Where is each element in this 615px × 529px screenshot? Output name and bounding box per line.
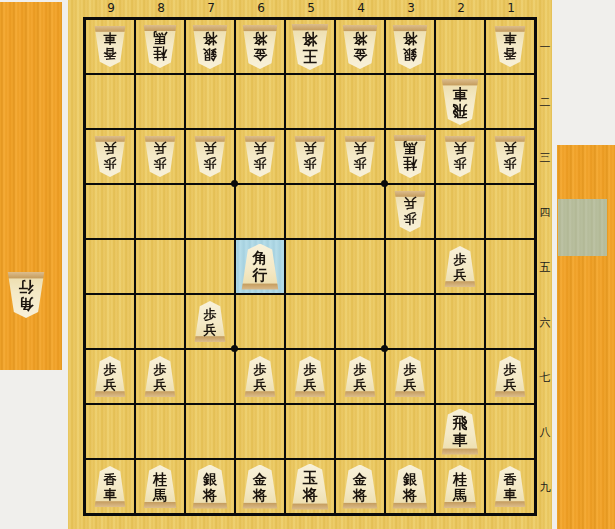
square-98[interactable] xyxy=(86,405,134,458)
square-88[interactable] xyxy=(136,405,184,458)
piece-gote-pawn[interactable]: 歩兵 xyxy=(494,136,526,177)
piece-kanji: 金 xyxy=(253,471,267,487)
square-42[interactable] xyxy=(336,75,384,128)
star-point-icon xyxy=(381,180,388,187)
piece-kanji: 歩 xyxy=(104,362,117,377)
piece-kanji: 歩 xyxy=(454,252,467,267)
square-81[interactable]: 桂馬 xyxy=(136,20,184,73)
rank-label: 四 xyxy=(537,185,553,240)
piece-gote-knight[interactable]: 桂馬 xyxy=(393,135,427,178)
piece-gote-pawn[interactable]: 歩兵 xyxy=(194,136,226,177)
square-22[interactable]: 飛車 xyxy=(436,75,484,128)
square-27[interactable] xyxy=(436,350,484,403)
piece-kanji: 将 xyxy=(253,31,267,47)
piece-kanji: 桂 xyxy=(153,47,167,63)
square-63[interactable]: 歩兵 xyxy=(236,130,284,183)
square-12[interactable] xyxy=(486,75,534,128)
square-93[interactable]: 歩兵 xyxy=(86,130,134,183)
piece-kanji: 金 xyxy=(353,47,367,63)
square-17[interactable]: 歩兵 xyxy=(486,350,534,403)
piece-kanji: 香 xyxy=(504,47,517,62)
piece-kanji: 将 xyxy=(403,487,417,503)
square-71[interactable]: 銀将 xyxy=(186,20,234,73)
square-76[interactable]: 歩兵 xyxy=(186,295,234,348)
piece-kanji: 行 xyxy=(19,278,34,295)
piece-kanji: 歩 xyxy=(404,362,417,377)
piece-kanji: 将 xyxy=(403,31,417,47)
square-28[interactable]: 飛車 xyxy=(436,405,484,458)
piece-kanji: 兵 xyxy=(104,377,117,392)
piece-kanji: 香 xyxy=(104,472,117,487)
square-78[interactable] xyxy=(186,405,234,458)
file-label: 4 xyxy=(336,1,386,15)
piece-kanji: 兵 xyxy=(154,142,167,157)
piece-kanji: 車 xyxy=(504,487,517,502)
piece-kanji: 銀 xyxy=(403,471,417,487)
square-89[interactable]: 桂馬 xyxy=(136,460,184,513)
piece-kanji: 将 xyxy=(203,487,217,503)
piece-sente-pawn[interactable]: 歩兵 xyxy=(194,301,226,342)
piece-kanji: 車 xyxy=(104,32,117,47)
piece-kanji: 馬 xyxy=(403,141,417,157)
piece-kanji: 歩 xyxy=(254,157,267,172)
square-62[interactable] xyxy=(236,75,284,128)
square-74[interactable] xyxy=(186,185,234,238)
star-point-icon xyxy=(381,345,388,352)
square-34[interactable]: 歩兵 xyxy=(386,185,434,238)
piece-sente-pawn[interactable]: 歩兵 xyxy=(94,356,126,397)
file-label: 1 xyxy=(486,1,536,15)
board: 香車桂馬銀将金将王将金将銀将香車飛車歩兵歩兵歩兵歩兵歩兵歩兵桂馬歩兵歩兵歩兵角行… xyxy=(83,17,537,516)
piece-sente-lance[interactable]: 香車 xyxy=(94,466,126,507)
board-panel: 987654321 一二三四五六七八九 香車桂馬銀将金将王将金将銀将香車飛車歩兵… xyxy=(68,0,552,529)
square-35[interactable] xyxy=(386,240,434,293)
square-43[interactable]: 歩兵 xyxy=(336,130,384,183)
piece-kanji: 兵 xyxy=(404,197,417,212)
piece-kanji: 香 xyxy=(504,472,517,487)
piece-sente-knight[interactable]: 桂馬 xyxy=(143,465,177,508)
piece-gote-pawn[interactable]: 歩兵 xyxy=(144,136,176,177)
square-37[interactable]: 歩兵 xyxy=(386,350,434,403)
square-84[interactable] xyxy=(136,185,184,238)
piece-kanji: 兵 xyxy=(304,142,317,157)
square-61[interactable]: 金将 xyxy=(236,20,284,73)
square-75[interactable] xyxy=(186,240,234,293)
square-73[interactable]: 歩兵 xyxy=(186,130,234,183)
square-51[interactable]: 王将 xyxy=(286,20,334,73)
piece-kanji: 兵 xyxy=(254,377,267,392)
square-72[interactable] xyxy=(186,75,234,128)
square-13[interactable]: 歩兵 xyxy=(486,130,534,183)
piece-sente-king[interactable]: 玉将 xyxy=(291,464,329,510)
piece-kanji: 桂 xyxy=(153,471,167,487)
square-49[interactable]: 金将 xyxy=(336,460,384,513)
piece-kanji: 飛 xyxy=(453,415,468,432)
piece-kanji: 兵 xyxy=(104,142,117,157)
piece-kanji: 将 xyxy=(253,487,267,503)
piece-kanji: 角 xyxy=(253,250,268,267)
piece-kanji: 玉 xyxy=(303,470,318,487)
rank-label: 五 xyxy=(537,240,553,295)
piece-kanji: 将 xyxy=(203,31,217,47)
sente-hand-slot-highlight xyxy=(558,199,607,256)
square-77[interactable] xyxy=(186,350,234,403)
piece-gote-gold[interactable]: 金将 xyxy=(342,25,378,69)
square-46[interactable] xyxy=(336,295,384,348)
square-21[interactable] xyxy=(436,20,484,73)
rank-labels: 一二三四五六七八九 xyxy=(537,20,553,515)
rank-label: 三 xyxy=(537,130,553,185)
square-11[interactable]: 香車 xyxy=(486,20,534,73)
square-54[interactable] xyxy=(286,185,334,238)
piece-kanji: 馬 xyxy=(153,487,167,503)
square-23[interactable]: 歩兵 xyxy=(436,130,484,183)
piece-gote-pawn[interactable]: 歩兵 xyxy=(344,136,376,177)
piece-gote-bishop[interactable]: 角行 xyxy=(7,272,45,318)
square-56[interactable] xyxy=(286,295,334,348)
piece-kanji: 行 xyxy=(253,267,268,284)
piece-sente-gold[interactable]: 金将 xyxy=(242,465,278,509)
square-94[interactable] xyxy=(86,185,134,238)
square-19[interactable]: 香車 xyxy=(486,460,534,513)
piece-gote-lance[interactable]: 香車 xyxy=(494,26,526,67)
piece-gote-rook[interactable]: 飛車 xyxy=(441,79,479,125)
gote-komadai: 角行 xyxy=(0,2,62,370)
piece-kanji: 金 xyxy=(253,47,267,63)
piece-sente-pawn[interactable]: 歩兵 xyxy=(144,356,176,397)
square-79[interactable]: 銀将 xyxy=(186,460,234,513)
piece-kanji: 車 xyxy=(453,85,468,102)
square-47[interactable]: 歩兵 xyxy=(336,350,384,403)
piece-kanji: 兵 xyxy=(504,377,517,392)
piece-gote-pawn[interactable]: 歩兵 xyxy=(244,136,276,177)
square-82[interactable] xyxy=(136,75,184,128)
piece-kanji: 将 xyxy=(303,30,318,47)
piece-kanji: 歩 xyxy=(304,362,317,377)
piece-sente-pawn[interactable]: 歩兵 xyxy=(244,356,276,397)
piece-sente-pawn[interactable]: 歩兵 xyxy=(444,246,476,287)
file-label: 9 xyxy=(86,1,136,15)
piece-sente-silver[interactable]: 銀将 xyxy=(192,465,228,509)
piece-kanji: 銀 xyxy=(203,471,217,487)
piece-kanji: 角 xyxy=(19,295,34,312)
piece-sente-pawn[interactable]: 歩兵 xyxy=(394,356,426,397)
square-99[interactable]: 香車 xyxy=(86,460,134,513)
square-36[interactable] xyxy=(386,295,434,348)
piece-kanji: 歩 xyxy=(154,362,167,377)
piece-kanji: 兵 xyxy=(204,142,217,157)
file-label: 2 xyxy=(436,1,486,15)
square-38[interactable] xyxy=(386,405,434,458)
square-83[interactable]: 歩兵 xyxy=(136,130,184,183)
square-86[interactable] xyxy=(136,295,184,348)
square-68[interactable] xyxy=(236,405,284,458)
square-85[interactable] xyxy=(136,240,184,293)
piece-kanji: 歩 xyxy=(354,362,367,377)
piece-sente-knight[interactable]: 桂馬 xyxy=(443,465,477,508)
piece-kanji: 兵 xyxy=(404,377,417,392)
square-14[interactable] xyxy=(486,185,534,238)
square-16[interactable] xyxy=(486,295,534,348)
piece-kanji: 金 xyxy=(353,471,367,487)
piece-sente-gold[interactable]: 金将 xyxy=(342,465,378,509)
piece-gote-silver[interactable]: 銀将 xyxy=(392,25,428,69)
piece-kanji: 兵 xyxy=(454,142,467,157)
piece-sente-pawn[interactable]: 歩兵 xyxy=(294,356,326,397)
piece-kanji: 歩 xyxy=(404,212,417,227)
piece-kanji: 兵 xyxy=(504,142,517,157)
square-25[interactable]: 歩兵 xyxy=(436,240,484,293)
square-96[interactable] xyxy=(86,295,134,348)
square-66[interactable] xyxy=(236,295,284,348)
rank-label: 九 xyxy=(537,460,553,515)
square-69[interactable]: 金将 xyxy=(236,460,284,513)
piece-kanji: 将 xyxy=(353,487,367,503)
piece-kanji: 兵 xyxy=(354,377,367,392)
square-67[interactable]: 歩兵 xyxy=(236,350,284,403)
square-32[interactable] xyxy=(386,75,434,128)
star-point-icon xyxy=(231,180,238,187)
piece-kanji: 歩 xyxy=(204,157,217,172)
piece-kanji: 歩 xyxy=(504,362,517,377)
piece-gote-gold[interactable]: 金将 xyxy=(242,25,278,69)
piece-kanji: 桂 xyxy=(403,157,417,173)
square-15[interactable] xyxy=(486,240,534,293)
piece-kanji: 歩 xyxy=(204,307,217,322)
square-92[interactable] xyxy=(86,75,134,128)
piece-kanji: 兵 xyxy=(354,142,367,157)
square-65[interactable]: 角行 xyxy=(236,240,284,293)
piece-kanji: 歩 xyxy=(354,157,367,172)
piece-sente-rook[interactable]: 飛車 xyxy=(441,409,479,455)
piece-kanji: 歩 xyxy=(154,157,167,172)
square-24[interactable] xyxy=(436,185,484,238)
piece-kanji: 桂 xyxy=(453,471,467,487)
piece-kanji: 歩 xyxy=(454,157,467,172)
piece-kanji: 歩 xyxy=(254,362,267,377)
piece-sente-pawn[interactable]: 歩兵 xyxy=(494,356,526,397)
piece-kanji: 馬 xyxy=(153,31,167,47)
piece-kanji: 将 xyxy=(353,31,367,47)
file-label: 5 xyxy=(286,1,336,15)
file-label: 8 xyxy=(136,1,186,15)
square-64[interactable] xyxy=(236,185,284,238)
square-97[interactable]: 歩兵 xyxy=(86,350,134,403)
square-59[interactable]: 玉将 xyxy=(286,460,334,513)
piece-gote-knight[interactable]: 桂馬 xyxy=(143,25,177,68)
piece-kanji: 兵 xyxy=(454,267,467,282)
square-48[interactable] xyxy=(336,405,384,458)
square-95[interactable] xyxy=(86,240,134,293)
piece-kanji: 歩 xyxy=(304,157,317,172)
file-label: 3 xyxy=(386,1,436,15)
piece-kanji: 将 xyxy=(303,487,318,504)
file-label: 6 xyxy=(236,1,286,15)
rank-label: 八 xyxy=(537,405,553,460)
piece-kanji: 兵 xyxy=(304,377,317,392)
square-44[interactable] xyxy=(336,185,384,238)
rank-label: 六 xyxy=(537,295,553,350)
piece-kanji: 歩 xyxy=(504,157,517,172)
rank-label: 二 xyxy=(537,75,553,130)
piece-kanji: 歩 xyxy=(104,157,117,172)
square-31[interactable]: 銀将 xyxy=(386,20,434,73)
piece-sente-pawn[interactable]: 歩兵 xyxy=(344,356,376,397)
piece-sente-bishop[interactable]: 角行 xyxy=(241,244,279,290)
square-57[interactable]: 歩兵 xyxy=(286,350,334,403)
piece-kanji: 兵 xyxy=(254,142,267,157)
piece-kanji: 銀 xyxy=(203,47,217,63)
sente-komadai xyxy=(557,145,615,529)
piece-kanji: 車 xyxy=(453,432,468,449)
square-55[interactable] xyxy=(286,240,334,293)
square-45[interactable] xyxy=(336,240,384,293)
piece-gote-king[interactable]: 王将 xyxy=(291,24,329,70)
square-41[interactable]: 金将 xyxy=(336,20,384,73)
square-58[interactable] xyxy=(286,405,334,458)
piece-gote-pawn[interactable]: 歩兵 xyxy=(94,136,126,177)
rank-label: 七 xyxy=(537,350,553,405)
rank-label: 一 xyxy=(537,20,553,75)
piece-sente-lance[interactable]: 香車 xyxy=(494,466,526,507)
square-91[interactable]: 香車 xyxy=(86,20,134,73)
piece-kanji: 王 xyxy=(303,47,318,64)
piece-kanji: 香 xyxy=(104,47,117,62)
piece-kanji: 馬 xyxy=(453,487,467,503)
square-29[interactable]: 桂馬 xyxy=(436,460,484,513)
piece-gote-silver[interactable]: 銀将 xyxy=(192,25,228,69)
piece-gote-pawn[interactable]: 歩兵 xyxy=(394,191,426,232)
file-labels: 987654321 xyxy=(86,1,536,15)
square-39[interactable]: 銀将 xyxy=(386,460,434,513)
square-52[interactable] xyxy=(286,75,334,128)
piece-kanji: 車 xyxy=(104,487,117,502)
piece-kanji: 銀 xyxy=(403,47,417,63)
star-point-icon xyxy=(231,345,238,352)
square-87[interactable]: 歩兵 xyxy=(136,350,184,403)
piece-gote-pawn[interactable]: 歩兵 xyxy=(444,136,476,177)
square-33[interactable]: 桂馬 xyxy=(386,130,434,183)
piece-gote-lance[interactable]: 香車 xyxy=(94,26,126,67)
piece-kanji: 車 xyxy=(504,32,517,47)
square-26[interactable] xyxy=(436,295,484,348)
square-18[interactable] xyxy=(486,405,534,458)
file-label: 7 xyxy=(186,1,236,15)
piece-kanji: 兵 xyxy=(154,377,167,392)
piece-gote-pawn[interactable]: 歩兵 xyxy=(294,136,326,177)
piece-kanji: 兵 xyxy=(204,322,217,337)
square-53[interactable]: 歩兵 xyxy=(286,130,334,183)
piece-sente-silver[interactable]: 銀将 xyxy=(392,465,428,509)
piece-kanji: 飛 xyxy=(453,102,468,119)
